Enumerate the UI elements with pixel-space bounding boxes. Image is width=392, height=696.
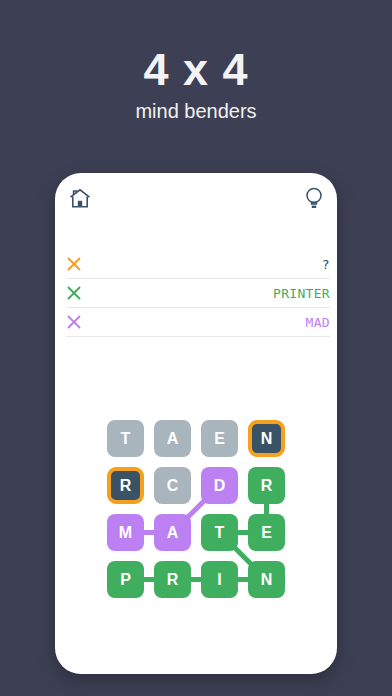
word-label: PRINTER xyxy=(273,286,330,301)
game-card: ?PRINTERMAD TAENRCDRMATEPRIN xyxy=(55,173,337,674)
word-row-mad: MAD xyxy=(66,308,330,337)
tile-t-r0c0[interactable]: T xyxy=(107,420,144,457)
word-row-unsolved: ? xyxy=(66,250,330,279)
tile-p-r3c0[interactable]: P xyxy=(107,561,144,598)
home-icon xyxy=(68,186,92,210)
tile-n-r0c3[interactable]: N xyxy=(248,420,285,457)
tile-a-r0c1[interactable]: A xyxy=(154,420,191,457)
tile-r-r3c1[interactable]: R xyxy=(154,561,191,598)
hint-button[interactable] xyxy=(304,186,324,214)
toolbar xyxy=(55,173,337,214)
word-label: MAD xyxy=(306,315,330,330)
word-row-printer: PRINTER xyxy=(66,279,330,308)
tile-c-r1c1[interactable]: C xyxy=(154,467,191,504)
tile-r-r1c0[interactable]: R xyxy=(107,467,144,504)
tile-d-r1c2[interactable]: D xyxy=(201,467,238,504)
lightbulb-icon xyxy=(304,186,324,214)
x-mark-icon xyxy=(66,256,82,272)
word-label: ? xyxy=(322,257,330,272)
page-subtitle: mind benders xyxy=(0,100,392,123)
letter-grid: TAENRCDRMATEPRIN xyxy=(107,420,285,598)
app-background: 4 x 4 mind benders ?PRINTERMAD xyxy=(0,0,392,696)
x-mark-icon xyxy=(66,314,82,330)
tile-i-r3c2[interactable]: I xyxy=(201,561,238,598)
x-mark-icon xyxy=(66,285,82,301)
tile-e-r0c2[interactable]: E xyxy=(201,420,238,457)
tile-e-r2c3[interactable]: E xyxy=(248,514,285,551)
tile-m-r2c0[interactable]: M xyxy=(107,514,144,551)
tile-a-r2c1[interactable]: A xyxy=(154,514,191,551)
tile-t-r2c2[interactable]: T xyxy=(201,514,238,551)
word-list: ?PRINTERMAD xyxy=(55,250,337,337)
tile-n-r3c3[interactable]: N xyxy=(248,561,285,598)
page-title: 4 x 4 xyxy=(0,44,392,96)
tile-r-r1c3[interactable]: R xyxy=(248,467,285,504)
home-button[interactable] xyxy=(68,186,92,210)
